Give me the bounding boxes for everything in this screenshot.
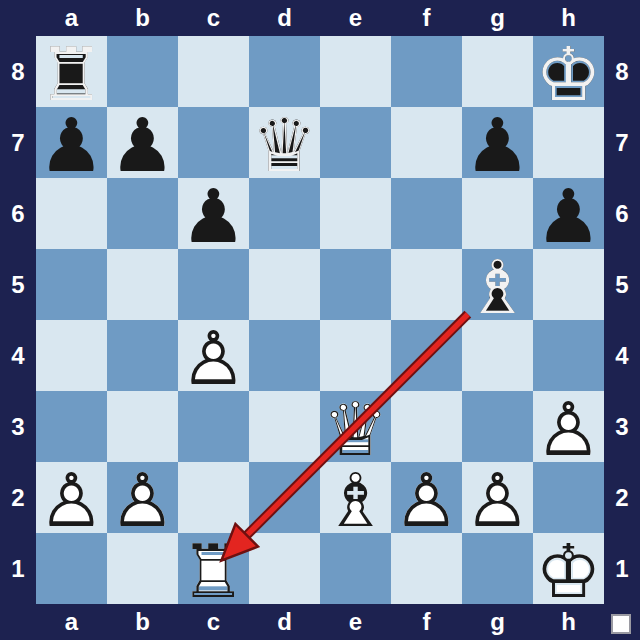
black-pawn-glyph: ♟ <box>464 108 530 182</box>
square-e6[interactable] <box>320 178 391 249</box>
square-g4[interactable] <box>462 320 533 391</box>
black-bishop-outline: ♗ <box>464 250 530 324</box>
black-pawn[interactable]: ♟♙ <box>533 178 604 249</box>
coordinate-label-1-left: 1 <box>0 533 36 604</box>
square-a5[interactable] <box>36 249 107 320</box>
square-f2[interactable]: ♟♙ <box>391 462 462 533</box>
square-f6[interactable] <box>391 178 462 249</box>
square-e2[interactable]: ♝♗ <box>320 462 391 533</box>
square-h7[interactable] <box>533 107 604 178</box>
coordinate-label-b-top: b <box>107 0 178 36</box>
file-labels-top: abcdefgh <box>36 0 604 36</box>
coordinate-label-6-left: 6 <box>0 178 36 249</box>
square-e5[interactable] <box>320 249 391 320</box>
file-labels-bottom: abcdefgh <box>36 604 604 640</box>
square-c1[interactable]: ♜♖ <box>178 533 249 604</box>
square-e3[interactable]: ♛♕ <box>320 391 391 462</box>
coordinate-label-4-left: 4 <box>0 320 36 391</box>
square-b5[interactable] <box>107 249 178 320</box>
black-king[interactable]: ♚♔ <box>533 36 604 107</box>
square-h2[interactable] <box>533 462 604 533</box>
square-d7[interactable]: ♛♕ <box>249 107 320 178</box>
square-f3[interactable] <box>391 391 462 462</box>
square-d5[interactable] <box>249 249 320 320</box>
square-c3[interactable] <box>178 391 249 462</box>
white-pawn-outline: ♙ <box>393 463 459 537</box>
black-pawn-glyph: ♟ <box>38 108 104 182</box>
black-pawn[interactable]: ♟♙ <box>462 107 533 178</box>
black-king-outline: ♔ <box>535 37 601 111</box>
white-pawn[interactable]: ♟♙ <box>391 462 462 533</box>
coordinate-label-2-right: 2 <box>604 462 640 533</box>
square-e7[interactable] <box>320 107 391 178</box>
coordinate-label-b-bottom: b <box>107 604 178 640</box>
white-bishop-outline: ♗ <box>322 463 388 537</box>
white-to-move-indicator <box>611 614 631 634</box>
square-d2[interactable] <box>249 462 320 533</box>
coordinate-label-5-left: 5 <box>0 249 36 320</box>
square-f7[interactable] <box>391 107 462 178</box>
black-pawn[interactable]: ♟♙ <box>178 178 249 249</box>
square-a2[interactable]: ♟♙ <box>36 462 107 533</box>
square-b4[interactable] <box>107 320 178 391</box>
white-king[interactable]: ♚♔ <box>533 533 604 604</box>
square-c2[interactable] <box>178 462 249 533</box>
white-queen-outline: ♕ <box>322 392 388 466</box>
square-d4[interactable] <box>249 320 320 391</box>
square-b8[interactable] <box>107 36 178 107</box>
square-e1[interactable] <box>320 533 391 604</box>
white-pawn-outline: ♙ <box>180 321 246 395</box>
square-h3[interactable]: ♟♙ <box>533 391 604 462</box>
square-c7[interactable] <box>178 107 249 178</box>
coordinate-label-a-bottom: a <box>36 604 107 640</box>
square-f5[interactable] <box>391 249 462 320</box>
square-h4[interactable] <box>533 320 604 391</box>
square-d3[interactable] <box>249 391 320 462</box>
white-rook-outline: ♖ <box>180 534 246 608</box>
square-a4[interactable] <box>36 320 107 391</box>
coordinate-label-6-right: 6 <box>604 178 640 249</box>
square-g3[interactable] <box>462 391 533 462</box>
coordinate-label-5-right: 5 <box>604 249 640 320</box>
coordinate-label-f-top: f <box>391 0 462 36</box>
coordinate-label-8-left: 8 <box>0 36 36 107</box>
white-pawn[interactable]: ♟♙ <box>178 320 249 391</box>
black-rook-outline: ♖ <box>38 37 104 111</box>
coordinate-label-7-right: 7 <box>604 107 640 178</box>
coordinate-label-3-right: 3 <box>604 391 640 462</box>
coordinate-label-g-bottom: g <box>462 604 533 640</box>
black-queen[interactable]: ♛♕ <box>249 107 320 178</box>
square-e4[interactable] <box>320 320 391 391</box>
black-pawn[interactable]: ♟♙ <box>36 107 107 178</box>
square-h6[interactable]: ♟♙ <box>533 178 604 249</box>
coordinate-label-c-top: c <box>178 0 249 36</box>
square-a8[interactable]: ♜♖ <box>36 36 107 107</box>
black-rook[interactable]: ♜♖ <box>36 36 107 107</box>
square-c6[interactable]: ♟♙ <box>178 178 249 249</box>
white-queen[interactable]: ♛♕ <box>320 391 391 462</box>
square-g8[interactable] <box>462 36 533 107</box>
black-pawn-glyph: ♟ <box>180 179 246 253</box>
square-c4[interactable]: ♟♙ <box>178 320 249 391</box>
black-pawn-glyph: ♟ <box>535 179 601 253</box>
square-a3[interactable] <box>36 391 107 462</box>
white-bishop[interactable]: ♝♗ <box>320 462 391 533</box>
coordinate-label-d-top: d <box>249 0 320 36</box>
coordinate-label-7-left: 7 <box>0 107 36 178</box>
black-queen-outline: ♕ <box>251 108 317 182</box>
coordinate-label-3-left: 3 <box>0 391 36 462</box>
square-e8[interactable] <box>320 36 391 107</box>
white-pawn-outline: ♙ <box>535 392 601 466</box>
square-g7[interactable]: ♟♙ <box>462 107 533 178</box>
white-pawn-outline: ♙ <box>109 463 175 537</box>
square-c5[interactable] <box>178 249 249 320</box>
square-d6[interactable] <box>249 178 320 249</box>
white-king-outline: ♔ <box>535 534 601 608</box>
board: ♜♖♚♔♟♙♟♙♛♕♟♙♟♙♟♙♝♗♟♙♛♕♟♙♟♙♟♙♝♗♟♙♟♙♜♖♚♔ <box>36 36 604 604</box>
black-bishop[interactable]: ♝♗ <box>462 249 533 320</box>
square-h8[interactable]: ♚♔ <box>533 36 604 107</box>
square-d8[interactable] <box>249 36 320 107</box>
square-a1[interactable] <box>36 533 107 604</box>
coordinate-label-d-bottom: d <box>249 604 320 640</box>
coordinate-label-e-top: e <box>320 0 391 36</box>
square-h1[interactable]: ♚♔ <box>533 533 604 604</box>
chess-diagram: abcdefgh abcdefgh 87654321 87654321 ♜♖♚♔… <box>0 0 640 640</box>
square-b2[interactable]: ♟♙ <box>107 462 178 533</box>
rank-labels-right: 87654321 <box>604 36 640 604</box>
square-c8[interactable] <box>178 36 249 107</box>
square-g2[interactable]: ♟♙ <box>462 462 533 533</box>
coordinate-label-8-right: 8 <box>604 36 640 107</box>
square-b6[interactable] <box>107 178 178 249</box>
black-pawn[interactable]: ♟♙ <box>107 107 178 178</box>
coordinate-label-e-bottom: e <box>320 604 391 640</box>
square-f8[interactable] <box>391 36 462 107</box>
coordinate-label-f-bottom: f <box>391 604 462 640</box>
black-pawn-glyph: ♟ <box>109 108 175 182</box>
square-b7[interactable]: ♟♙ <box>107 107 178 178</box>
square-g1[interactable] <box>462 533 533 604</box>
rank-labels-left: 87654321 <box>0 36 36 604</box>
coordinate-label-g-top: g <box>462 0 533 36</box>
coordinate-label-2-left: 2 <box>0 462 36 533</box>
square-h5[interactable] <box>533 249 604 320</box>
square-g6[interactable] <box>462 178 533 249</box>
white-pawn[interactable]: ♟♙ <box>36 462 107 533</box>
white-pawn[interactable]: ♟♙ <box>462 462 533 533</box>
square-a7[interactable]: ♟♙ <box>36 107 107 178</box>
square-g5[interactable]: ♝♗ <box>462 249 533 320</box>
square-f1[interactable] <box>391 533 462 604</box>
square-d1[interactable] <box>249 533 320 604</box>
square-b1[interactable] <box>107 533 178 604</box>
white-pawn-outline: ♙ <box>38 463 104 537</box>
coordinate-label-1-right: 1 <box>604 533 640 604</box>
coordinate-label-4-right: 4 <box>604 320 640 391</box>
white-rook[interactable]: ♜♖ <box>178 533 249 604</box>
square-f4[interactable] <box>391 320 462 391</box>
white-pawn-outline: ♙ <box>464 463 530 537</box>
white-pawn[interactable]: ♟♙ <box>533 391 604 462</box>
white-pawn[interactable]: ♟♙ <box>107 462 178 533</box>
square-a6[interactable] <box>36 178 107 249</box>
square-b3[interactable] <box>107 391 178 462</box>
